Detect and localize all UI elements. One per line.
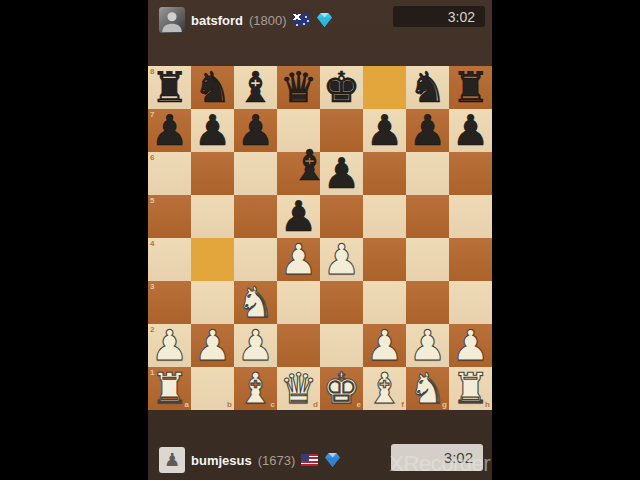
- diamond-badge-icon: [316, 12, 333, 28]
- person-photo-icon: [159, 7, 185, 33]
- square-h1[interactable]: h♜: [449, 367, 492, 410]
- square-e2[interactable]: [320, 324, 363, 367]
- diamond-badge-icon: [324, 452, 341, 468]
- square-d1[interactable]: d♛: [277, 367, 320, 410]
- file-label: b: [227, 401, 232, 409]
- rank-label: 4: [150, 240, 154, 248]
- black-pawn[interactable]: ♟: [363, 109, 406, 152]
- square-g4[interactable]: [406, 238, 449, 281]
- square-a6[interactable]: 6: [148, 152, 191, 195]
- square-c7[interactable]: ♟: [234, 109, 277, 152]
- rank-label: 3: [150, 283, 154, 291]
- white-pawn[interactable]: ♟: [191, 324, 234, 367]
- square-b3[interactable]: [191, 281, 234, 324]
- square-g1[interactable]: g♞: [406, 367, 449, 410]
- square-b1[interactable]: b: [191, 367, 234, 410]
- black-rook[interactable]: ♜: [148, 66, 191, 109]
- bottom-player-rating: (1673): [258, 453, 296, 468]
- square-a7[interactable]: 7♟: [148, 109, 191, 152]
- square-a2[interactable]: 2♟: [148, 324, 191, 367]
- white-knight[interactable]: ♞: [406, 367, 449, 410]
- black-pawn[interactable]: ♟: [406, 109, 449, 152]
- square-f6[interactable]: [363, 152, 406, 195]
- square-e3[interactable]: [320, 281, 363, 324]
- square-f7[interactable]: ♟: [363, 109, 406, 152]
- black-pawn[interactable]: ♟: [234, 109, 277, 152]
- square-a8[interactable]: 8♜: [148, 66, 191, 109]
- black-bishop-animating[interactable]: ♝: [288, 144, 331, 187]
- square-d3[interactable]: [277, 281, 320, 324]
- chess-board: 8♜♞♝♛♚♞♜7♟♟♟♟♟♟6♟5♟4♟♟3♞2♟♟♟♟♟♟1a♜bc♝d♛e…: [148, 66, 492, 410]
- united-states-flag-icon: [301, 454, 318, 466]
- square-a3[interactable]: 3: [148, 281, 191, 324]
- square-e5[interactable]: [320, 195, 363, 238]
- white-bishop[interactable]: ♝: [363, 367, 406, 410]
- square-c5[interactable]: [234, 195, 277, 238]
- black-pawn[interactable]: ♟: [191, 109, 234, 152]
- app-screen: batsford (1800) 3:02 8♜♞♝♛♚♞♜7♟♟♟♟♟♟6♟5♟…: [148, 0, 492, 480]
- white-pawn[interactable]: ♟: [449, 324, 492, 367]
- square-b7[interactable]: ♟: [191, 109, 234, 152]
- letterbox-left: [0, 0, 148, 480]
- square-d2[interactable]: [277, 324, 320, 367]
- square-h3[interactable]: [449, 281, 492, 324]
- black-bishop[interactable]: ♝: [234, 66, 277, 109]
- square-f8[interactable]: [363, 66, 406, 109]
- white-king[interactable]: ♚: [320, 367, 363, 410]
- white-rook[interactable]: ♜: [148, 367, 191, 410]
- square-c6[interactable]: [234, 152, 277, 195]
- top-player-rating: (1800): [249, 13, 287, 28]
- top-player-clock: 3:02: [393, 6, 485, 27]
- square-f1[interactable]: f♝: [363, 367, 406, 410]
- square-g3[interactable]: [406, 281, 449, 324]
- square-f4[interactable]: [363, 238, 406, 281]
- square-h8[interactable]: ♜: [449, 66, 492, 109]
- black-rook[interactable]: ♜: [449, 66, 492, 109]
- white-bishop[interactable]: ♝: [234, 367, 277, 410]
- square-b8[interactable]: ♞: [191, 66, 234, 109]
- white-rook[interactable]: ♜: [449, 367, 492, 410]
- black-king[interactable]: ♚: [320, 66, 363, 109]
- square-e8[interactable]: ♚: [320, 66, 363, 109]
- square-b2[interactable]: ♟: [191, 324, 234, 367]
- square-c8[interactable]: ♝: [234, 66, 277, 109]
- square-g7[interactable]: ♟: [406, 109, 449, 152]
- square-c2[interactable]: ♟: [234, 324, 277, 367]
- black-pawn[interactable]: ♟: [148, 109, 191, 152]
- white-pawn[interactable]: ♟: [234, 324, 277, 367]
- top-player-name: batsford: [191, 13, 243, 28]
- square-f2[interactable]: ♟: [363, 324, 406, 367]
- bottom-player-name: bumjesus: [191, 453, 252, 468]
- square-g6[interactable]: [406, 152, 449, 195]
- white-pawn[interactable]: ♟: [148, 324, 191, 367]
- letterbox-right: [492, 0, 640, 480]
- pawn-avatar-icon: ♟: [164, 447, 180, 473]
- xrecorder-watermark: XRecorder: [389, 451, 490, 477]
- black-pawn[interactable]: ♟: [449, 109, 492, 152]
- square-d8[interactable]: ♛: [277, 66, 320, 109]
- white-pawn[interactable]: ♟: [320, 238, 363, 281]
- black-knight[interactable]: ♞: [406, 66, 449, 109]
- square-b6[interactable]: [191, 152, 234, 195]
- square-h4[interactable]: [449, 238, 492, 281]
- square-h2[interactable]: ♟: [449, 324, 492, 367]
- square-f3[interactable]: [363, 281, 406, 324]
- black-queen[interactable]: ♛: [277, 66, 320, 109]
- top-player-avatar[interactable]: [159, 7, 185, 33]
- square-e4[interactable]: ♟: [320, 238, 363, 281]
- white-pawn[interactable]: ♟: [363, 324, 406, 367]
- square-h5[interactable]: [449, 195, 492, 238]
- square-a5[interactable]: 5: [148, 195, 191, 238]
- square-c3[interactable]: ♞: [234, 281, 277, 324]
- square-g8[interactable]: ♞: [406, 66, 449, 109]
- bottom-player-avatar[interactable]: ♟: [159, 447, 185, 473]
- square-d4[interactable]: ♟: [277, 238, 320, 281]
- square-c4[interactable]: [234, 238, 277, 281]
- square-d5[interactable]: ♟: [277, 195, 320, 238]
- square-b5[interactable]: [191, 195, 234, 238]
- white-pawn[interactable]: ♟: [406, 324, 449, 367]
- square-h7[interactable]: ♟: [449, 109, 492, 152]
- square-b4[interactable]: [191, 238, 234, 281]
- black-pawn[interactable]: ♟: [277, 195, 320, 238]
- white-pawn[interactable]: ♟: [277, 238, 320, 281]
- square-g2[interactable]: ♟: [406, 324, 449, 367]
- rank-label: 5: [150, 197, 154, 205]
- square-e1[interactable]: e♚: [320, 367, 363, 410]
- square-a4[interactable]: 4: [148, 238, 191, 281]
- square-a1[interactable]: 1a♜: [148, 367, 191, 410]
- white-knight[interactable]: ♞: [234, 281, 277, 324]
- screen: batsford (1800) 3:02 8♜♞♝♛♚♞♜7♟♟♟♟♟♟6♟5♟…: [0, 0, 640, 480]
- white-queen[interactable]: ♛: [277, 367, 320, 410]
- square-c1[interactable]: c♝: [234, 367, 277, 410]
- square-f5[interactable]: [363, 195, 406, 238]
- black-knight[interactable]: ♞: [191, 66, 234, 109]
- rank-label: 6: [150, 154, 154, 162]
- top-player-bar: batsford (1800) 3:02: [148, 0, 492, 40]
- australia-flag-icon: [293, 14, 310, 26]
- square-h6[interactable]: [449, 152, 492, 195]
- square-g5[interactable]: [406, 195, 449, 238]
